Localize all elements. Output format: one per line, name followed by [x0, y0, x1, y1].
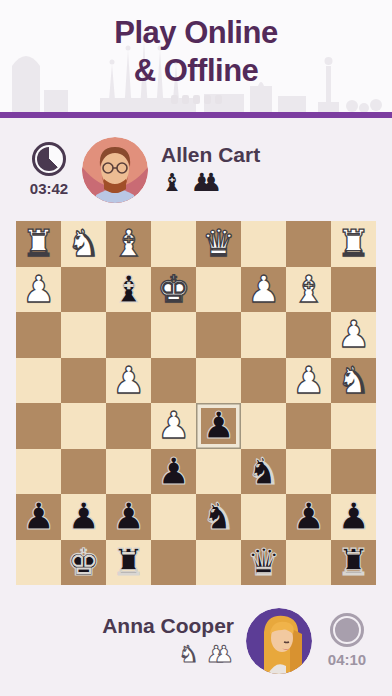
square[interactable] [241, 403, 286, 449]
square[interactable] [331, 403, 376, 449]
square[interactable] [241, 494, 286, 540]
square[interactable]: ♞ [331, 358, 376, 404]
square[interactable] [61, 449, 106, 495]
white-queen[interactable]: ♛ [202, 221, 235, 266]
clock-pie-icon [37, 147, 61, 171]
square[interactable] [106, 449, 151, 495]
clock-icon [32, 142, 66, 176]
captured-black-bishop-icon: ♝ [161, 169, 183, 197]
square[interactable]: ♞ [61, 221, 106, 267]
white-knight[interactable]: ♞ [337, 358, 370, 403]
square[interactable]: ♞ [241, 449, 286, 495]
page-title: Play Online & Offline [0, 14, 392, 90]
square[interactable]: ♜ [16, 221, 61, 267]
square[interactable] [286, 312, 331, 358]
black-rook[interactable]: ♜ [337, 540, 370, 585]
square[interactable] [196, 312, 241, 358]
captured-black-pawn-icon: ♟ [200, 169, 222, 197]
white-pawn[interactable]: ♟ [157, 403, 190, 448]
white-rook[interactable]: ♜ [337, 221, 370, 266]
square[interactable]: ♝ [106, 267, 151, 313]
square[interactable]: ♟ [106, 494, 151, 540]
square[interactable] [151, 358, 196, 404]
bottom-player-avatar [246, 608, 312, 674]
square[interactable]: ♟ [331, 494, 376, 540]
square[interactable] [16, 358, 61, 404]
square[interactable]: ♝ [286, 267, 331, 313]
square[interactable] [61, 267, 106, 313]
chess-board[interactable]: ♜♞♝♛♜♟♝♚♟♝♟♟♟♞♟♟♟♞♟♟♟♞♟♟♚♜♛♜ [16, 221, 376, 585]
app-screenshot: Play Online & Offline 03:42 [0, 0, 392, 696]
square[interactable]: ♛ [196, 221, 241, 267]
black-pawn[interactable]: ♟ [22, 494, 55, 539]
square[interactable]: ♚ [151, 267, 196, 313]
black-knight[interactable]: ♞ [247, 449, 280, 494]
white-knight[interactable]: ♞ [67, 221, 100, 266]
white-pawn[interactable]: ♟ [112, 358, 145, 403]
bottom-player-captured-tray: ♞♟♟ [178, 640, 234, 668]
square[interactable]: ♟ [196, 403, 241, 449]
square[interactable] [196, 540, 241, 586]
square[interactable]: ♟ [16, 267, 61, 313]
bottom-player-time: 04:10 [328, 651, 366, 668]
square[interactable] [151, 540, 196, 586]
black-queen[interactable]: ♛ [247, 540, 280, 585]
black-pawn[interactable]: ♟ [202, 403, 235, 448]
square[interactable]: ♞ [196, 494, 241, 540]
title-line-1: Play Online [0, 14, 392, 52]
square[interactable] [61, 403, 106, 449]
square[interactable] [16, 449, 61, 495]
top-player-captured-tray: ♝♟♟ [161, 169, 260, 197]
bottom-player-bar: Anna Cooper ♞♟♟ [0, 585, 392, 696]
clock-disc-icon [335, 618, 359, 642]
black-rook[interactable]: ♜ [112, 540, 145, 585]
white-pawn[interactable]: ♟ [247, 267, 280, 312]
square[interactable] [241, 358, 286, 404]
square[interactable]: ♟ [286, 494, 331, 540]
square[interactable] [286, 403, 331, 449]
square[interactable] [286, 221, 331, 267]
square[interactable] [16, 312, 61, 358]
white-king[interactable]: ♚ [157, 267, 190, 312]
square[interactable]: ♟ [241, 267, 286, 313]
square[interactable] [106, 312, 151, 358]
square[interactable]: ♝ [106, 221, 151, 267]
black-pawn[interactable]: ♟ [292, 494, 325, 539]
top-player-bar: 03:42 Allen Cart [0, 118, 392, 221]
black-pawn[interactable]: ♟ [157, 449, 190, 494]
top-player-time: 03:42 [30, 180, 68, 197]
square[interactable]: ♚ [61, 540, 106, 586]
square[interactable]: ♟ [331, 312, 376, 358]
square[interactable]: ♟ [61, 494, 106, 540]
square[interactable] [286, 449, 331, 495]
square[interactable] [151, 221, 196, 267]
captured-white-pawn-icon: ♟ [213, 640, 234, 668]
black-king[interactable]: ♚ [67, 540, 100, 585]
square[interactable]: ♛ [241, 540, 286, 586]
bottom-player-clock: 04:10 [324, 613, 370, 668]
square[interactable] [61, 312, 106, 358]
white-bishop[interactable]: ♝ [112, 221, 145, 266]
white-pawn[interactable]: ♟ [292, 358, 325, 403]
bottom-player-name: Anna Cooper [102, 614, 234, 638]
square[interactable]: ♟ [151, 449, 196, 495]
top-player-clock: 03:42 [26, 142, 72, 197]
black-bishop[interactable]: ♝ [112, 267, 145, 312]
square[interactable] [16, 403, 61, 449]
black-knight[interactable]: ♞ [202, 494, 235, 539]
clock-icon-inactive [330, 613, 364, 647]
square[interactable] [61, 358, 106, 404]
title-line-2: & Offline [0, 52, 392, 90]
captured-white-knight-icon: ♞ [178, 640, 199, 668]
female-avatar-illustration [246, 608, 312, 674]
square[interactable] [331, 267, 376, 313]
square[interactable] [241, 221, 286, 267]
square[interactable] [196, 358, 241, 404]
header-dots-decoration [0, 95, 392, 104]
top-player-avatar [82, 137, 148, 203]
square[interactable] [151, 312, 196, 358]
square[interactable] [241, 312, 286, 358]
top-player-name: Allen Cart [161, 143, 260, 167]
white-pawn[interactable]: ♟ [22, 267, 55, 312]
black-pawn[interactable]: ♟ [67, 494, 100, 539]
square[interactable]: ♟ [286, 358, 331, 404]
square[interactable]: ♟ [151, 403, 196, 449]
square[interactable] [106, 403, 151, 449]
black-pawn[interactable]: ♟ [337, 494, 370, 539]
square[interactable] [16, 540, 61, 586]
square[interactable]: ♟ [16, 494, 61, 540]
male-avatar-illustration [82, 137, 148, 203]
square[interactable]: ♟ [106, 358, 151, 404]
square[interactable]: ♜ [331, 540, 376, 586]
square[interactable] [286, 540, 331, 586]
square[interactable]: ♜ [106, 540, 151, 586]
square[interactable] [151, 494, 196, 540]
white-pawn[interactable]: ♟ [337, 312, 370, 357]
white-rook[interactable]: ♜ [22, 221, 55, 266]
square[interactable]: ♜ [331, 221, 376, 267]
black-pawn[interactable]: ♟ [112, 494, 145, 539]
white-bishop[interactable]: ♝ [292, 267, 325, 312]
header: Play Online & Offline [0, 0, 392, 112]
square[interactable] [196, 449, 241, 495]
square[interactable] [331, 449, 376, 495]
square[interactable] [196, 267, 241, 313]
